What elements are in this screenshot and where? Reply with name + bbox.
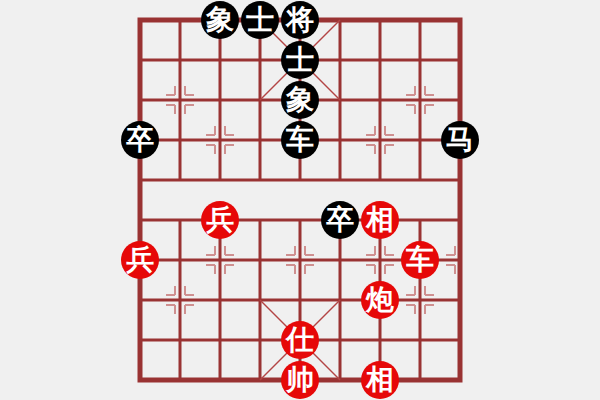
piece-red-elephant[interactable]: 相 <box>361 201 399 239</box>
piece-red-elephant[interactable]: 相 <box>361 361 399 399</box>
piece-black-elephant[interactable]: 象 <box>201 1 239 39</box>
piece-red-chariot[interactable]: 车 <box>401 241 439 279</box>
piece-red-advisor[interactable]: 仕 <box>281 321 319 359</box>
piece-red-cannon[interactable]: 炮 <box>361 281 399 319</box>
piece-red-general[interactable]: 帅 <box>281 361 319 399</box>
piece-red-soldier[interactable]: 兵 <box>121 241 159 279</box>
piece-black-horse[interactable]: 马 <box>441 121 479 159</box>
piece-black-soldier[interactable]: 卒 <box>321 201 359 239</box>
xiangqi-board[interactable]: 象士将士象卒车马兵卒相兵车炮仕帅相 <box>120 0 480 400</box>
piece-black-soldier[interactable]: 卒 <box>121 121 159 159</box>
piece-black-advisor[interactable]: 士 <box>241 1 279 39</box>
xiangqi-app: 象士将士象卒车马兵卒相兵车炮仕帅相 <box>0 0 600 400</box>
piece-black-chariot[interactable]: 车 <box>281 121 319 159</box>
piece-black-elephant[interactable]: 象 <box>281 81 319 119</box>
piece-red-soldier[interactable]: 兵 <box>201 201 239 239</box>
piece-black-advisor[interactable]: 士 <box>281 41 319 79</box>
piece-black-general[interactable]: 将 <box>281 1 319 39</box>
